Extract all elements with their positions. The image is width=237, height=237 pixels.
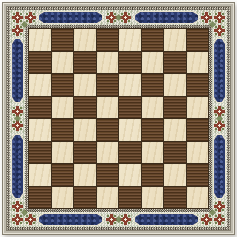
square-a1[interactable] [29,187,51,209]
square-d2[interactable] [97,164,119,186]
square-e5[interactable] [119,97,141,119]
inlay-cartouche [11,134,24,199]
square-d6[interactable] [97,74,119,96]
square-g6[interactable] [164,74,186,96]
square-c4[interactable] [74,119,96,141]
square-e7[interactable] [119,52,141,74]
square-d8[interactable] [97,29,119,51]
square-a8[interactable] [29,29,51,51]
square-h2[interactable] [187,164,209,186]
square-a3[interactable] [29,142,51,164]
square-a7[interactable] [29,52,51,74]
inlay-cartouche [213,134,226,199]
square-c2[interactable] [74,164,96,186]
square-c8[interactable] [74,29,96,51]
flower-star-inlay [25,12,36,23]
square-b4[interactable] [52,119,74,141]
flower-star-inlay [25,214,36,225]
square-f1[interactable] [142,187,164,209]
square-g1[interactable] [164,187,186,209]
square-b5[interactable] [52,97,74,119]
square-h1[interactable] [187,187,209,209]
square-d1[interactable] [97,187,119,209]
square-a2[interactable] [29,164,51,186]
cartouche-blue-fill [135,12,198,23]
square-g2[interactable] [164,164,186,186]
square-d3[interactable] [97,142,119,164]
square-g5[interactable] [164,97,186,119]
flower-star-inlay [214,214,225,225]
square-e8[interactable] [119,29,141,51]
square-c5[interactable] [74,97,96,119]
inlay-cartouche [134,213,199,226]
square-h7[interactable] [187,52,209,74]
square-h5[interactable] [187,97,209,119]
square-g8[interactable] [164,29,186,51]
square-c6[interactable] [74,74,96,96]
square-a5[interactable] [29,97,51,119]
photo-background: { "game": "chess", "position": "8/8/8/8/… [0,0,237,237]
square-f6[interactable] [142,74,164,96]
outer-silver-frame [2,2,235,235]
flower-star-inlay [214,201,225,212]
square-f8[interactable] [142,29,164,51]
square-f7[interactable] [142,52,164,74]
square-e6[interactable] [119,74,141,96]
cartouche-blue-fill [214,135,225,198]
square-b6[interactable] [52,74,74,96]
square-e2[interactable] [119,164,141,186]
square-c1[interactable] [74,187,96,209]
square-d7[interactable] [97,52,119,74]
square-a6[interactable] [29,74,51,96]
square-c7[interactable] [74,52,96,74]
inlay-cartouche [11,38,24,103]
cartouche-blue-fill [214,39,225,102]
square-h8[interactable] [187,29,209,51]
inlay-cartouche [213,38,226,103]
square-c3[interactable] [74,142,96,164]
flower-star-inlay [12,25,23,36]
square-g7[interactable] [164,52,186,74]
square-b1[interactable] [52,187,74,209]
square-e4[interactable] [119,119,141,141]
square-g4[interactable] [164,119,186,141]
square-h3[interactable] [187,142,209,164]
flower-star-inlay [214,12,225,23]
flower-star-inlay [12,12,23,23]
inlay-cartouche [38,213,103,226]
square-h4[interactable] [187,119,209,141]
square-b3[interactable] [52,142,74,164]
square-a4[interactable] [29,119,51,141]
cartouche-blue-fill [39,12,102,23]
cartouche-blue-fill [12,135,23,198]
mosaic-band [10,10,227,227]
outer-checker-band [7,7,230,230]
board-grid [28,28,209,209]
square-f2[interactable] [142,164,164,186]
square-e1[interactable] [119,187,141,209]
square-b7[interactable] [52,52,74,74]
square-f3[interactable] [142,142,164,164]
square-d4[interactable] [97,119,119,141]
square-h6[interactable] [187,74,209,96]
cartouche-blue-fill [12,39,23,102]
cartouche-blue-fill [39,214,102,225]
square-d5[interactable] [97,97,119,119]
inner-checker-band [25,25,212,212]
chessboard [2,2,235,235]
inlay-cartouche [134,11,199,24]
square-f5[interactable] [142,97,164,119]
flower-star-inlay [214,25,225,36]
square-b2[interactable] [52,164,74,186]
square-e3[interactable] [119,142,141,164]
flower-star-inlay [201,214,212,225]
inlay-cartouche [38,11,103,24]
square-b8[interactable] [52,29,74,51]
square-f4[interactable] [142,119,164,141]
square-g3[interactable] [164,142,186,164]
flower-star-inlay [12,214,23,225]
cartouche-blue-fill [135,214,198,225]
